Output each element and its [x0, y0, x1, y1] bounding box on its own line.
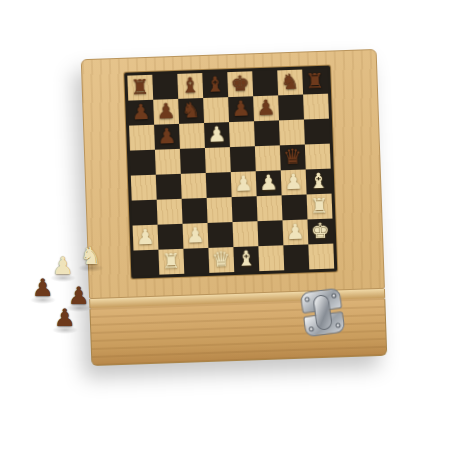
- piece-white-rook: ♜: [162, 251, 182, 273]
- square-c3: [182, 198, 208, 224]
- square-d5: [205, 147, 231, 173]
- square-b3: [157, 199, 183, 225]
- square-h6: [304, 119, 330, 145]
- square-c7: ♞: [178, 98, 204, 124]
- square-b8: [152, 74, 178, 100]
- board-frame: ♜♝♝♚♞♜♟♟♞♟♟♟♟♛♟♟♟♝♜♟♟♟♚♜♛♝: [124, 66, 337, 279]
- piece-black-knight: ♞: [181, 100, 201, 122]
- square-g1: [283, 244, 309, 270]
- square-c4: [181, 173, 207, 199]
- square-h1: [308, 244, 334, 270]
- square-h4: ♝: [306, 169, 332, 195]
- square-g8: ♞: [277, 70, 303, 96]
- piece-white-pawn: ♟: [234, 173, 254, 195]
- square-g7: [278, 95, 304, 121]
- square-a6: [129, 125, 155, 151]
- square-a4: [131, 175, 157, 201]
- square-g3: [282, 194, 308, 220]
- square-d8: ♝: [202, 72, 228, 98]
- square-c8: ♝: [177, 73, 203, 99]
- piece-white-pawn: ♟: [207, 124, 227, 146]
- square-c2: ♟: [183, 223, 209, 249]
- screw-icon: [331, 293, 337, 299]
- piece-black-knight: ♞: [280, 72, 300, 94]
- chess-set-product-photo: ♜♝♝♚♞♜♟♟♞♟♟♟♟♛♟♟♟♝♜♟♟♟♚♜♛♝ ♟♞♟♟♟: [0, 0, 450, 450]
- screw-icon: [335, 323, 341, 329]
- square-c1: [183, 248, 209, 274]
- square-e1: ♝: [233, 246, 259, 272]
- box-front-face: [89, 298, 387, 366]
- square-g6: [279, 120, 305, 146]
- piece-black-queen: ♛: [283, 147, 303, 169]
- square-a8: ♜: [127, 75, 153, 101]
- square-b4: [156, 174, 182, 200]
- square-h8: ♜: [302, 69, 328, 95]
- square-h5: [305, 144, 331, 170]
- captured-pieces-cluster: ♟♞♟♟♟: [24, 240, 124, 350]
- square-e5: [230, 146, 256, 172]
- square-f7: ♟: [253, 95, 279, 121]
- metal-latch: [300, 287, 346, 338]
- square-h7: [303, 94, 329, 120]
- piece-black-pawn: ♟: [131, 102, 151, 124]
- square-d2: [208, 222, 234, 248]
- square-d4: [206, 172, 232, 198]
- square-a7: ♟: [128, 100, 154, 126]
- square-e8: ♚: [227, 71, 253, 97]
- captured-white-pawn: ♟: [52, 254, 74, 278]
- square-f8: [252, 70, 278, 96]
- screw-icon: [304, 297, 310, 303]
- piece-white-pawn: ♟: [286, 222, 306, 244]
- box-lid: ♜♝♝♚♞♜♟♟♞♟♟♟♟♛♟♟♟♝♜♟♟♟♚♜♛♝: [81, 49, 385, 299]
- square-a3: [132, 200, 158, 226]
- piece-white-queen: ♛: [212, 249, 232, 271]
- square-f1: [258, 245, 284, 271]
- piece-white-pawn: ♟: [259, 172, 279, 194]
- chess-board: ♜♝♝♚♞♜♟♟♞♟♟♟♟♛♟♟♟♝♜♟♟♟♚♜♛♝: [127, 69, 334, 276]
- piece-black-king: ♚: [230, 73, 250, 95]
- square-g4: ♟: [281, 169, 307, 195]
- square-g5: ♛: [280, 144, 306, 170]
- square-h2: ♚: [307, 219, 333, 245]
- square-b7: ♟: [153, 99, 179, 125]
- square-b6: ♟: [154, 124, 180, 150]
- square-d7: [203, 97, 229, 123]
- piece-black-bishop: ♝: [205, 74, 225, 96]
- piece-black-rook: ♜: [130, 77, 150, 99]
- square-b5: [155, 149, 181, 175]
- captured-black-pawn: ♟: [32, 276, 54, 300]
- piece-black-pawn: ♟: [256, 97, 276, 119]
- square-d3: [207, 197, 233, 223]
- square-c5: [180, 148, 206, 174]
- captured-black-pawn: ♟: [54, 306, 76, 330]
- square-d1: ♛: [208, 247, 234, 273]
- piece-black-rook: ♜: [305, 71, 325, 93]
- piece-white-pawn: ♟: [186, 225, 206, 247]
- piece-black-bishop: ♝: [180, 75, 200, 97]
- square-f3: [257, 195, 283, 221]
- captured-white-knight: ♞: [80, 244, 102, 268]
- bamboo-chess-box: ♜♝♝♚♞♜♟♟♞♟♟♟♟♛♟♟♟♝♜♟♟♟♚♜♛♝: [81, 49, 388, 366]
- square-f6: [254, 120, 280, 146]
- piece-white-king: ♚: [311, 221, 331, 243]
- piece-white-bishop: ♝: [237, 248, 257, 270]
- square-d6: ♟: [204, 122, 230, 148]
- square-e6: [229, 121, 255, 147]
- square-g2: ♟: [282, 219, 308, 245]
- square-e7: ♟: [228, 96, 254, 122]
- square-a5: [130, 150, 156, 176]
- square-b1: ♜: [158, 249, 184, 275]
- piece-white-rook: ♜: [310, 196, 330, 218]
- piece-white-bishop: ♝: [309, 171, 329, 193]
- square-e2: [233, 221, 259, 247]
- square-a2: ♟: [133, 225, 159, 251]
- piece-black-pawn: ♟: [157, 126, 177, 148]
- piece-black-pawn: ♟: [231, 98, 251, 120]
- square-c6: [179, 123, 205, 149]
- piece-white-pawn: ♟: [136, 227, 156, 249]
- square-f2: [257, 220, 283, 246]
- square-b2: [158, 224, 184, 250]
- piece-white-pawn: ♟: [284, 172, 304, 194]
- square-h3: ♜: [307, 194, 333, 220]
- square-a1: [133, 250, 159, 276]
- piece-black-pawn: ♟: [156, 101, 176, 123]
- square-f5: [255, 145, 281, 171]
- square-f4: ♟: [256, 170, 282, 196]
- square-e3: [232, 196, 258, 222]
- square-e4: ♟: [231, 171, 257, 197]
- screw-icon: [309, 326, 315, 332]
